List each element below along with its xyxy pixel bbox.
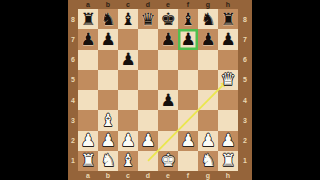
piece-white-rook-h1[interactable]: ♜ — [220, 152, 235, 169]
piece-black-rook-h8[interactable]: ♜ — [220, 11, 235, 28]
piece-white-pawn-c2[interactable]: ♟ — [120, 132, 135, 149]
piece-white-pawn-f2[interactable]: ♟ — [180, 132, 195, 149]
square-c7[interactable] — [118, 29, 138, 49]
piece-black-pawn-e7[interactable]: ♟ — [160, 31, 175, 48]
piece-black-bishop-c8[interactable]: ♝ — [120, 11, 135, 28]
file-label-g: g — [198, 171, 218, 180]
square-g6[interactable] — [198, 50, 218, 70]
chess-board[interactable]: ♜♞♝♛♚♝♞♜♟♟♟♟♟♟♟♛♟♝♟♟♟♟♟♟♟♜♞♝♚♞♜ — [78, 9, 238, 171]
square-e5[interactable] — [158, 70, 178, 90]
rank-label-3: 3 — [238, 110, 252, 130]
square-h2[interactable]: ♟ — [218, 131, 238, 151]
square-e4[interactable]: ♟ — [158, 90, 178, 110]
square-h4[interactable] — [218, 90, 238, 110]
piece-white-knight-g1[interactable]: ♞ — [200, 152, 215, 169]
piece-white-king-e1[interactable]: ♚ — [160, 152, 175, 169]
rank-label-7: 7 — [238, 29, 252, 49]
square-e8[interactable]: ♚ — [158, 9, 178, 29]
rank-label-3: 3 — [68, 110, 78, 130]
file-label-a: a — [78, 171, 98, 180]
square-d7[interactable] — [138, 29, 158, 49]
square-c8[interactable]: ♝ — [118, 9, 138, 29]
square-a7[interactable]: ♟ — [78, 29, 98, 49]
rank-label-4: 4 — [68, 90, 78, 110]
square-c1[interactable]: ♝ — [118, 151, 138, 171]
square-g8[interactable]: ♞ — [198, 9, 218, 29]
piece-white-pawn-g2[interactable]: ♟ — [200, 132, 215, 149]
square-a2[interactable]: ♟ — [78, 131, 98, 151]
rank-label-4: 4 — [238, 90, 252, 110]
square-b4[interactable] — [98, 90, 118, 110]
file-label-c: c — [118, 171, 138, 180]
square-h3[interactable] — [218, 110, 238, 130]
square-d4[interactable] — [138, 90, 158, 110]
square-b7[interactable]: ♟ — [98, 29, 118, 49]
file-label-e: e — [158, 0, 178, 9]
square-b5[interactable] — [98, 70, 118, 90]
piece-black-pawn-g7[interactable]: ♟ — [200, 31, 215, 48]
square-b2[interactable]: ♟ — [98, 131, 118, 151]
square-f4[interactable] — [178, 90, 198, 110]
piece-white-bishop-b3[interactable]: ♝ — [100, 112, 115, 129]
file-labels-top: abcdefgh — [78, 0, 238, 9]
square-e6[interactable] — [158, 50, 178, 70]
square-d6[interactable] — [138, 50, 158, 70]
file-label-h: h — [218, 171, 238, 180]
square-a5[interactable] — [78, 70, 98, 90]
square-c6[interactable]: ♟ — [118, 50, 138, 70]
square-g5[interactable] — [198, 70, 218, 90]
rank-label-2: 2 — [68, 131, 78, 151]
square-f5[interactable] — [178, 70, 198, 90]
square-b1[interactable]: ♞ — [98, 151, 118, 171]
square-e1[interactable]: ♚ — [158, 151, 178, 171]
file-label-e: e — [158, 171, 178, 180]
piece-black-knight-b8[interactable]: ♞ — [100, 11, 115, 28]
file-label-d: d — [138, 0, 158, 9]
piece-white-knight-b1[interactable]: ♞ — [100, 152, 115, 169]
piece-white-bishop-c1[interactable]: ♝ — [120, 152, 135, 169]
square-b6[interactable] — [98, 50, 118, 70]
rank-label-6: 6 — [238, 50, 252, 70]
square-a8[interactable]: ♜ — [78, 9, 98, 29]
square-c5[interactable] — [118, 70, 138, 90]
square-g3[interactable] — [198, 110, 218, 130]
square-g7[interactable]: ♟ — [198, 29, 218, 49]
piece-black-pawn-h7[interactable]: ♟ — [220, 31, 235, 48]
piece-white-pawn-d2[interactable]: ♟ — [140, 132, 155, 149]
piece-white-pawn-a2[interactable]: ♟ — [80, 132, 95, 149]
square-d5[interactable] — [138, 70, 158, 90]
square-d2[interactable]: ♟ — [138, 131, 158, 151]
square-f3[interactable] — [178, 110, 198, 130]
file-label-a: a — [78, 0, 98, 9]
square-c2[interactable]: ♟ — [118, 131, 138, 151]
piece-black-pawn-e4[interactable]: ♟ — [160, 92, 175, 109]
piece-black-bishop-f8[interactable]: ♝ — [180, 11, 195, 28]
rank-label-8: 8 — [238, 9, 252, 29]
rank-label-8: 8 — [68, 9, 78, 29]
rank-label-6: 6 — [68, 50, 78, 70]
square-d3[interactable] — [138, 110, 158, 130]
square-h1[interactable]: ♜ — [218, 151, 238, 171]
square-f6[interactable] — [178, 50, 198, 70]
piece-white-queen-h5[interactable]: ♛ — [220, 71, 235, 88]
file-labels-bottom: abcdefgh — [78, 171, 238, 180]
piece-black-knight-g8[interactable]: ♞ — [200, 11, 215, 28]
rank-labels-right: 87654321 — [238, 9, 252, 171]
file-label-c: c — [118, 0, 138, 9]
square-g2[interactable]: ♟ — [198, 131, 218, 151]
file-label-d: d — [138, 171, 158, 180]
square-h5[interactable]: ♛ — [218, 70, 238, 90]
piece-black-pawn-c6[interactable]: ♟ — [120, 51, 135, 68]
square-h8[interactable]: ♜ — [218, 9, 238, 29]
file-label-h: h — [218, 0, 238, 9]
chess-board-frame: abcdefgh 87654321 87654321 abcdefgh ♜♞♝♛… — [68, 0, 252, 180]
piece-black-pawn-a7[interactable]: ♟ — [80, 31, 95, 48]
piece-white-pawn-b2[interactable]: ♟ — [100, 132, 115, 149]
piece-black-rook-a8[interactable]: ♜ — [80, 11, 95, 28]
right-letterbox-bar — [252, 0, 320, 180]
square-g4[interactable] — [198, 90, 218, 110]
square-f2[interactable]: ♟ — [178, 131, 198, 151]
rank-label-2: 2 — [238, 131, 252, 151]
piece-white-rook-a1[interactable]: ♜ — [80, 152, 95, 169]
rank-label-1: 1 — [68, 151, 78, 171]
square-b8[interactable]: ♞ — [98, 9, 118, 29]
square-d8[interactable]: ♛ — [138, 9, 158, 29]
piece-white-pawn-h2[interactable]: ♟ — [220, 132, 235, 149]
piece-black-king-e8[interactable]: ♚ — [160, 11, 175, 28]
piece-black-pawn-f7[interactable]: ♟ — [180, 31, 195, 48]
square-a1[interactable]: ♜ — [78, 151, 98, 171]
left-letterbox-bar — [0, 0, 68, 180]
file-label-g: g — [198, 0, 218, 9]
piece-black-pawn-b7[interactable]: ♟ — [100, 31, 115, 48]
square-e3[interactable] — [158, 110, 178, 130]
square-a4[interactable] — [78, 90, 98, 110]
square-h7[interactable]: ♟ — [218, 29, 238, 49]
square-b3[interactable]: ♝ — [98, 110, 118, 130]
piece-black-queen-d8[interactable]: ♛ — [140, 11, 155, 28]
square-f1[interactable] — [178, 151, 198, 171]
file-label-f: f — [178, 0, 198, 9]
rank-label-7: 7 — [68, 29, 78, 49]
square-g1[interactable]: ♞ — [198, 151, 218, 171]
rank-label-5: 5 — [238, 70, 252, 90]
file-label-b: b — [98, 171, 118, 180]
square-e2[interactable] — [158, 131, 178, 151]
square-c3[interactable] — [118, 110, 138, 130]
square-d1[interactable] — [138, 151, 158, 171]
square-h6[interactable] — [218, 50, 238, 70]
square-a6[interactable] — [78, 50, 98, 70]
file-label-b: b — [98, 0, 118, 9]
square-e7[interactable]: ♟ — [158, 29, 178, 49]
file-label-f: f — [178, 171, 198, 180]
video-frame: abcdefgh 87654321 87654321 abcdefgh ♜♞♝♛… — [0, 0, 320, 180]
rank-labels-left: 87654321 — [68, 9, 78, 171]
square-f7[interactable]: ♟ — [178, 29, 198, 49]
rank-label-1: 1 — [238, 151, 252, 171]
square-a3[interactable] — [78, 110, 98, 130]
square-c4[interactable] — [118, 90, 138, 110]
rank-label-5: 5 — [68, 70, 78, 90]
square-f8[interactable]: ♝ — [178, 9, 198, 29]
